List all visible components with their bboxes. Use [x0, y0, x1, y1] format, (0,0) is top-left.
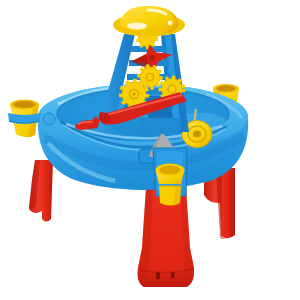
leg-mark-right: [171, 272, 175, 278]
leg-mark-left: [156, 272, 160, 279]
play-table-illustration: [0, 0, 300, 300]
screenshot: [0, 0, 300, 300]
product-photo: [0, 0, 300, 300]
rim-clip-knob: [43, 113, 55, 125]
